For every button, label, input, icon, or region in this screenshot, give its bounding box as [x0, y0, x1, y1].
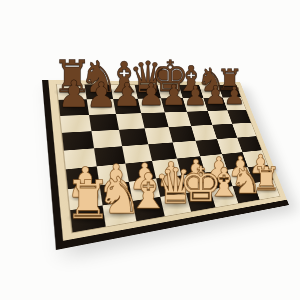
square-h7[interactable] [223, 97, 246, 110]
square-a6[interactable] [60, 115, 91, 133]
square-b7[interactable] [87, 99, 116, 115]
square-c8[interactable] [110, 85, 137, 99]
board-grid [57, 84, 280, 232]
square-a7[interactable] [59, 99, 90, 115]
square-c7[interactable] [113, 99, 141, 114]
square-h8[interactable] [218, 85, 241, 97]
square-b8[interactable] [85, 85, 114, 100]
product-photo: ♜♞♝♛♚♝♞♜♟♟♟♟♟♟♟♟♟♟♟♟♟♟♟♟♜♞♝♛♚♝♞♜ [0, 0, 300, 300]
square-c6[interactable] [116, 113, 145, 130]
square-a8[interactable] [57, 84, 87, 99]
square-h6[interactable] [227, 110, 251, 124]
square-h5[interactable] [232, 123, 256, 138]
square-b1[interactable] [103, 201, 137, 227]
square-b6[interactable] [89, 114, 119, 131]
chess-board [42, 80, 289, 250]
square-a1[interactable] [70, 205, 106, 232]
board-face [48, 80, 287, 241]
square-c1[interactable] [133, 197, 165, 221]
